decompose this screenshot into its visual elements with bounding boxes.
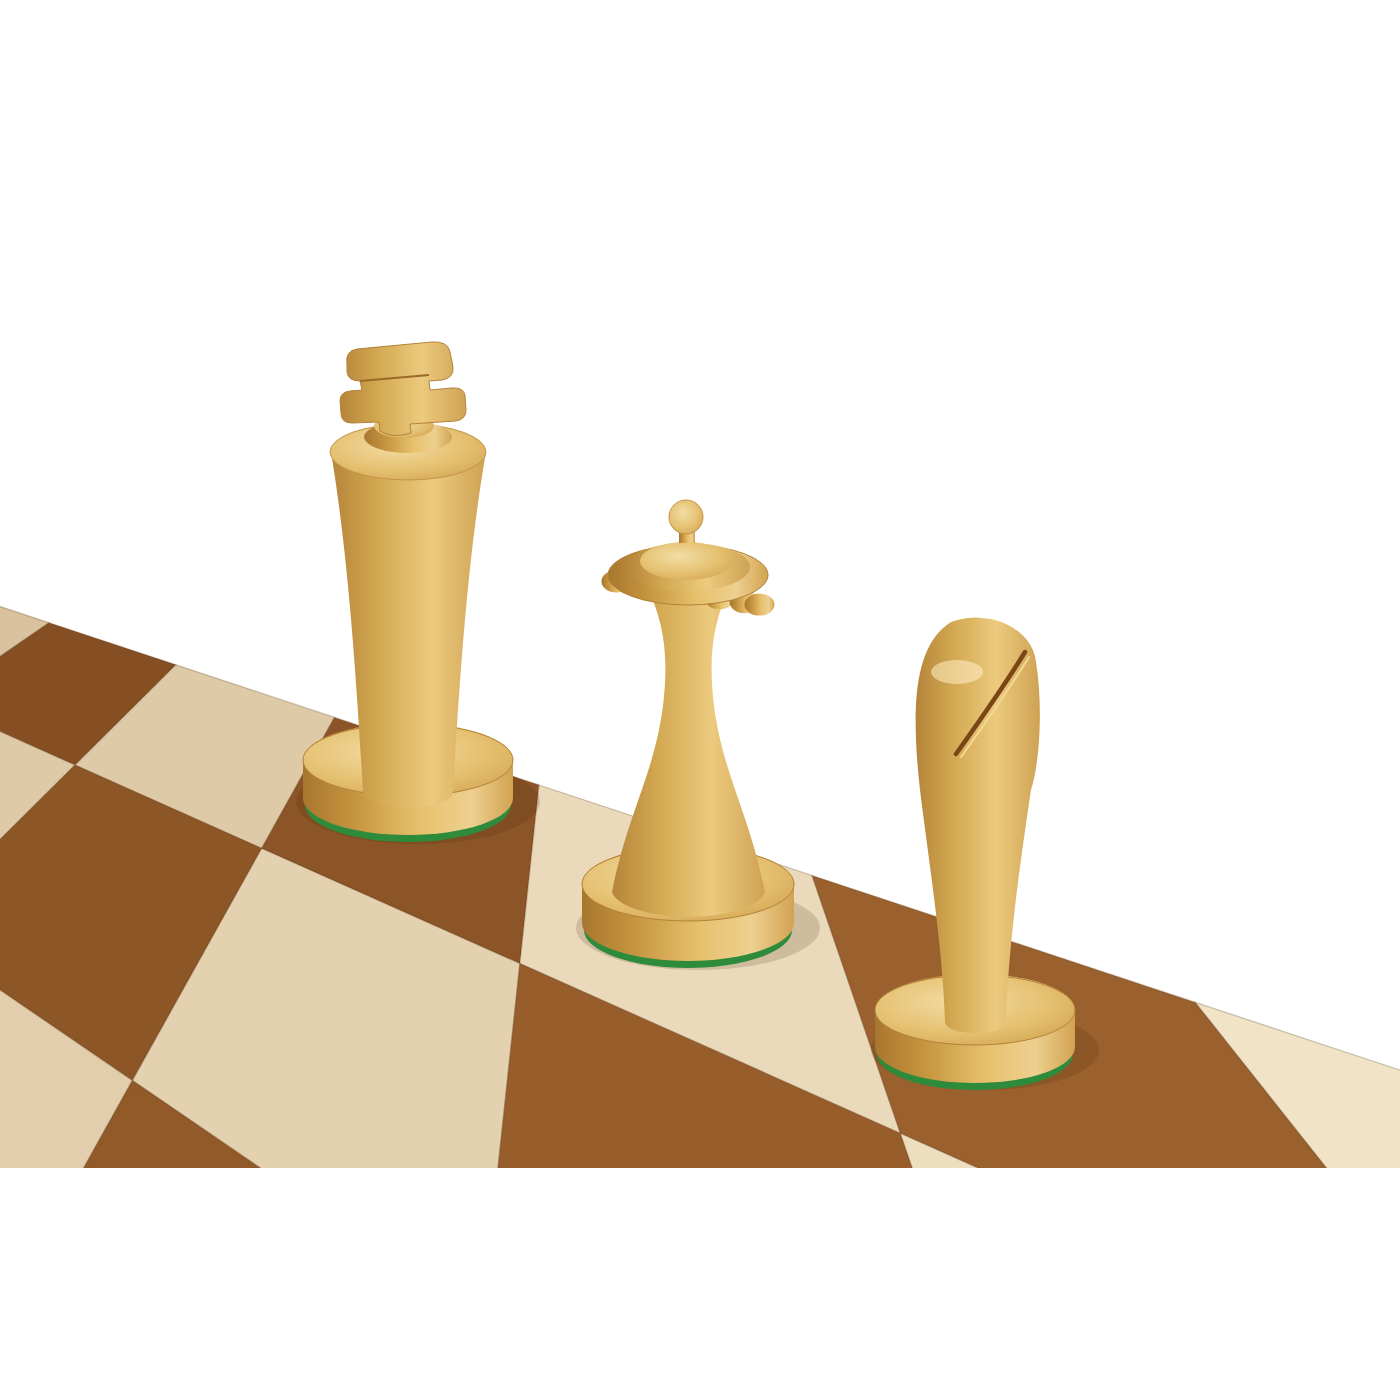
queen-coronet-scallop <box>745 594 775 616</box>
board-square <box>901 1134 1400 1400</box>
white-bishop-piece <box>875 618 1075 1090</box>
queen-finial-ball <box>669 500 703 534</box>
chessboard-photo <box>0 0 1400 1400</box>
white-king-piece <box>303 342 513 842</box>
product-photo-chess-scene <box>0 0 1400 1400</box>
king-crest <box>340 342 466 436</box>
queen-coronet-dome-top <box>640 542 732 580</box>
queen-body <box>612 579 765 916</box>
white-queen-piece <box>582 500 794 968</box>
bishop-head-sheen <box>931 660 983 684</box>
